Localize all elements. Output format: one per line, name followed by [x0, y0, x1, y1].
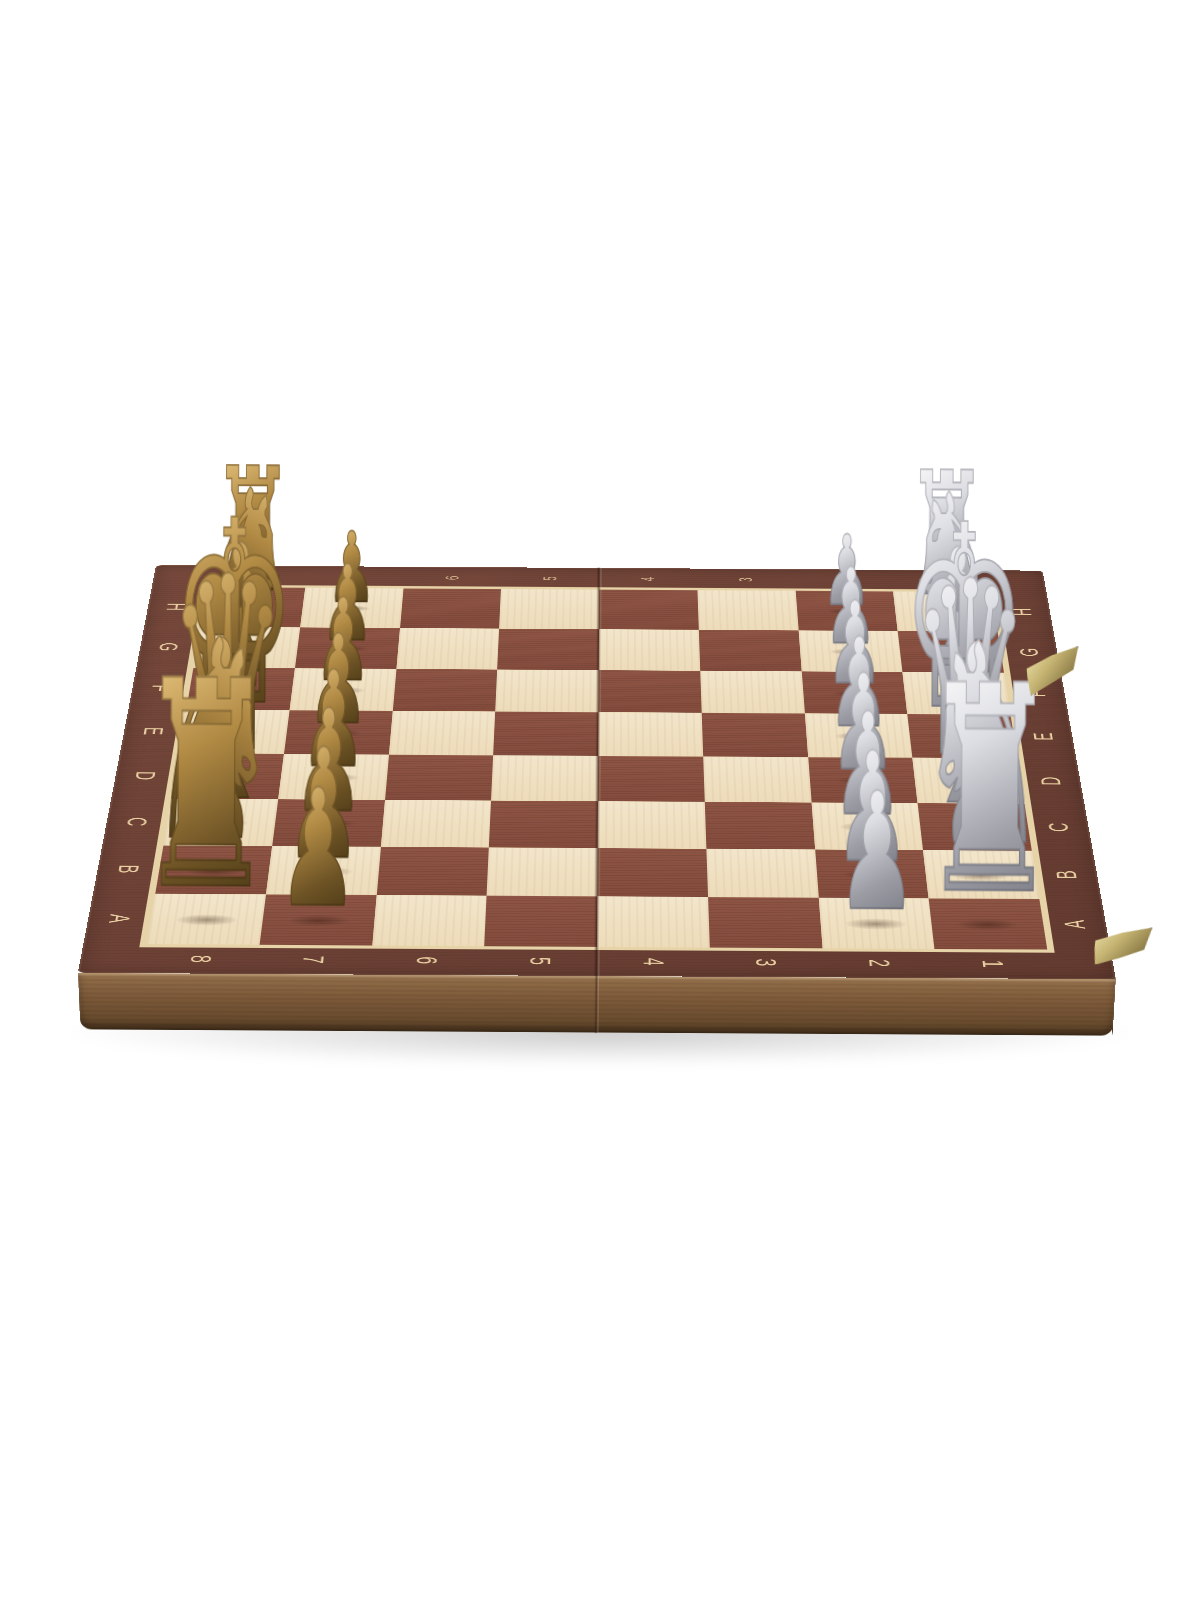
file-label-left-d: D — [129, 771, 162, 780]
square-e6 — [389, 711, 496, 755]
square-a2: ♟ — [818, 898, 934, 949]
piece-white-pawn-a2: ♟ — [837, 771, 918, 934]
rank-label-near-6: 6 — [410, 956, 444, 964]
square-f6 — [392, 669, 497, 712]
rank-label-near-4: 4 — [637, 958, 671, 966]
square-d3 — [703, 757, 811, 803]
square-h6 — [400, 588, 502, 628]
rank-label-near-7: 7 — [297, 956, 332, 964]
rank-label-near-2: 2 — [863, 959, 898, 967]
rank-label-near-5: 5 — [523, 957, 557, 965]
square-a8: ♜ — [147, 894, 266, 945]
file-label-right-e: E — [1027, 733, 1059, 741]
rank-label-near-8: 8 — [183, 955, 218, 963]
square-f5 — [495, 669, 598, 712]
file-label-right-g: G — [1013, 648, 1044, 657]
square-b4 — [597, 848, 708, 897]
square-h4 — [599, 590, 699, 630]
square-a3 — [708, 897, 822, 948]
square-c4 — [598, 801, 707, 848]
file-label-right-b: B — [1049, 871, 1083, 880]
square-a6 — [372, 895, 487, 946]
rank-label-far-6: 6 — [442, 576, 465, 580]
rank-label-far-3: 3 — [734, 577, 757, 581]
square-f3 — [700, 671, 804, 714]
board-front-edge — [78, 973, 1116, 1036]
rank-label-far-4: 4 — [637, 577, 659, 581]
fold-seam-front — [594, 975, 598, 1033]
square-e3 — [701, 713, 807, 757]
square-h3 — [697, 590, 798, 630]
rank-label-near-3: 3 — [750, 958, 784, 966]
file-label-left-f: F — [145, 685, 177, 692]
square-g4 — [599, 629, 700, 670]
file-label-left-b: B — [111, 865, 145, 874]
file-label-left-c: C — [120, 817, 154, 826]
board-scene: ♜♟♟♜♞♟♟♞♝♟♟♝♚♟♟♚♛♟♟♛♝♟♟♝♞♟♟♞♜♟♟♜ HGFEDCB… — [78, 0, 1122, 979]
piece-black-pawn-a7: ♟ — [277, 767, 358, 930]
file-label-left-g: G — [153, 643, 185, 652]
file-label-right-c: C — [1042, 823, 1076, 832]
square-e4 — [598, 712, 703, 756]
file-label-left-e: E — [137, 727, 169, 735]
square-c3 — [705, 802, 815, 850]
square-b6 — [376, 847, 489, 896]
file-label-right-d: D — [1034, 777, 1067, 786]
file-label-right-h: H — [1007, 608, 1038, 616]
file-label-left-h: H — [160, 603, 191, 611]
square-a4 — [597, 897, 710, 948]
square-b5 — [487, 847, 598, 896]
square-d4 — [598, 756, 705, 802]
square-h5 — [499, 589, 599, 629]
rank-label-far-5: 5 — [539, 576, 561, 580]
square-a5 — [484, 896, 597, 947]
square-g3 — [699, 630, 802, 671]
square-c5 — [489, 800, 598, 847]
rank-label-near-1: 1 — [976, 960, 1011, 968]
square-d5 — [491, 755, 598, 801]
square-a7: ♟ — [259, 894, 376, 945]
square-c6 — [381, 800, 492, 847]
page-root: ♜♟♟♜♞♟♟♞♝♟♟♝♚♟♟♚♛♟♟♛♝♟♟♝♞♟♟♞♜♟♟♜ HGFEDCB… — [0, 0, 1200, 1600]
square-e5 — [493, 712, 598, 756]
square-g6 — [396, 628, 499, 669]
square-a1: ♜ — [929, 899, 1047, 950]
square-b3 — [706, 849, 818, 898]
file-label-left-a: A — [102, 914, 137, 923]
square-d6 — [385, 755, 494, 801]
square-g5 — [497, 629, 599, 670]
chess-board: ♜♟♟♜♞♟♟♞♝♟♟♝♚♟♟♚♛♟♟♛♝♟♟♝♞♟♟♞♜♟♟♜ HGFEDCB… — [78, 565, 1116, 979]
square-f4 — [598, 670, 701, 713]
file-label-right-a: A — [1057, 920, 1092, 929]
